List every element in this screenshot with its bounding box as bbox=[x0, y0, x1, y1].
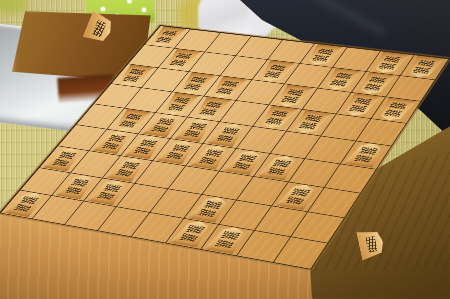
piece-kanji-ink bbox=[312, 55, 330, 62]
piece-kanji-ink bbox=[369, 77, 387, 84]
piece-kanji-ink bbox=[156, 36, 173, 43]
piece-kanji-ink bbox=[413, 67, 432, 74]
piece-kanji-ink bbox=[271, 110, 289, 117]
piece-kanji-ink bbox=[185, 225, 205, 234]
piece-kanji-ink bbox=[291, 188, 311, 197]
shogi-piece[interactable] bbox=[370, 52, 411, 75]
piece-kanji-ink bbox=[299, 122, 318, 130]
piece-kanji-ink bbox=[171, 144, 190, 152]
shogi-piece[interactable] bbox=[174, 118, 216, 142]
piece-kanji-ink bbox=[183, 130, 201, 137]
shogi-piece[interactable] bbox=[340, 93, 382, 117]
piece-kanji-ink bbox=[205, 101, 223, 108]
piece-kanji-ink bbox=[281, 96, 299, 104]
piece-kanji-ink bbox=[200, 108, 218, 116]
shogi-piece[interactable] bbox=[106, 156, 149, 182]
piece-kanji-ink bbox=[384, 109, 403, 117]
piece-kanji-ink bbox=[220, 231, 240, 241]
piece-kanji-ink bbox=[174, 97, 192, 104]
shogi-piece[interactable] bbox=[375, 97, 417, 122]
shogi-piece[interactable] bbox=[404, 56, 445, 79]
piece-kanji-ink bbox=[216, 135, 234, 143]
shogi-piece[interactable] bbox=[321, 68, 362, 91]
piece-kanji-ink bbox=[162, 30, 179, 36]
piece-kanji-ink bbox=[317, 48, 335, 55]
shogi-piece[interactable] bbox=[206, 122, 248, 147]
shogi-piece[interactable] bbox=[176, 72, 217, 95]
piece-kanji-ink bbox=[64, 186, 82, 194]
piece-kanji-ink bbox=[123, 75, 140, 82]
shogi-piece[interactable] bbox=[257, 154, 301, 180]
piece-kanji-ink bbox=[52, 159, 70, 167]
piece-kanji-ink bbox=[418, 60, 436, 67]
piece-kanji-ink bbox=[305, 115, 323, 122]
piece-kanji-ink bbox=[97, 192, 116, 200]
piece-kanji-ink bbox=[335, 72, 353, 79]
piece-kanji-ink bbox=[198, 157, 217, 165]
shogi-piece[interactable] bbox=[204, 225, 250, 254]
shogi-piece[interactable] bbox=[110, 109, 152, 133]
background-blur-object bbox=[0, 0, 28, 14]
piece-kanji-ink bbox=[216, 87, 234, 94]
piece-kanji-ink bbox=[383, 56, 401, 63]
piece-kanji-ink bbox=[151, 125, 169, 132]
piece-kanji-ink bbox=[222, 81, 240, 88]
shogi-piece[interactable] bbox=[303, 44, 343, 66]
shogi-piece[interactable] bbox=[207, 76, 248, 99]
shogi-piece[interactable] bbox=[159, 92, 200, 115]
piece-kanji-ink bbox=[139, 139, 157, 147]
piece-kanji-ink bbox=[190, 77, 207, 84]
piece-kanji-ink bbox=[121, 161, 140, 169]
shogi-piece[interactable] bbox=[290, 110, 332, 135]
piece-kanji-ink bbox=[330, 79, 348, 87]
piece-kanji-ink bbox=[70, 178, 89, 187]
piece-kanji-ink bbox=[165, 152, 183, 160]
shogi-piece[interactable] bbox=[156, 139, 199, 164]
shogi-piece[interactable] bbox=[169, 219, 214, 247]
piece-kanji-ink bbox=[214, 239, 234, 248]
piece-kanji-ink bbox=[170, 59, 187, 66]
piece-kanji-ink bbox=[349, 105, 368, 113]
piece-kanji-ink bbox=[119, 120, 137, 128]
piece-kanji-ink bbox=[156, 118, 174, 126]
piece-kanji-ink bbox=[133, 147, 151, 155]
piece-kanji-ink bbox=[267, 167, 286, 175]
shogi-piece[interactable] bbox=[255, 60, 296, 83]
shogi-piece[interactable] bbox=[272, 84, 313, 108]
piece-kanji-ink bbox=[389, 102, 408, 109]
shogi-piece[interactable] bbox=[55, 174, 98, 200]
piece-kanji-ink bbox=[264, 71, 282, 78]
piece-kanji-ink bbox=[232, 162, 251, 170]
piece-kanji-ink bbox=[287, 89, 305, 96]
piece-kanji-ink bbox=[168, 104, 186, 112]
piece-kanji-ink bbox=[197, 209, 216, 218]
shogi-piece[interactable] bbox=[161, 49, 201, 71]
piece-kanji-ink bbox=[353, 155, 372, 163]
shogi-piece[interactable] bbox=[43, 147, 85, 172]
piece-kanji-ink bbox=[92, 20, 106, 37]
piece-kanji-ink bbox=[354, 98, 372, 105]
shogi-piece[interactable] bbox=[223, 149, 266, 175]
piece-kanji-ink bbox=[176, 53, 193, 59]
shogi-piece[interactable] bbox=[188, 195, 233, 223]
piece-kanji-ink bbox=[238, 154, 257, 162]
piece-kanji-ink bbox=[13, 204, 31, 212]
shogi-piece[interactable] bbox=[189, 144, 232, 169]
shogi-piece[interactable] bbox=[92, 130, 134, 154]
piece-kanji-ink bbox=[378, 63, 396, 70]
shogi-piece[interactable] bbox=[148, 26, 187, 47]
shogi-piece[interactable] bbox=[191, 97, 232, 121]
shogi-piece[interactable] bbox=[355, 72, 396, 95]
piece-kanji-ink bbox=[20, 196, 39, 205]
piece-kanji-ink bbox=[204, 149, 223, 157]
piece-kanji-ink bbox=[101, 142, 119, 150]
shogi-piece[interactable] bbox=[87, 179, 131, 205]
piece-kanji-ink bbox=[58, 151, 76, 159]
piece-kanji-ink bbox=[103, 184, 122, 193]
piece-kanji-ink bbox=[179, 233, 198, 242]
piece-kanji-ink bbox=[265, 117, 284, 125]
shogi-piece[interactable] bbox=[275, 183, 320, 210]
piece-kanji-ink bbox=[115, 169, 133, 177]
piece-kanji-ink bbox=[221, 127, 240, 135]
piece-kanji-ink bbox=[107, 134, 125, 142]
piece-kanji-ink bbox=[203, 200, 223, 209]
piece-kanji-ink bbox=[125, 113, 143, 120]
piece-kanji-ink bbox=[188, 122, 206, 130]
piece-kanji-ink bbox=[366, 236, 378, 253]
piece-kanji-ink bbox=[285, 196, 304, 205]
piece-kanji-ink bbox=[270, 64, 288, 71]
shogi-piece[interactable] bbox=[124, 135, 166, 160]
shogi-photo-scene bbox=[0, 0, 450, 299]
shogi-piece[interactable] bbox=[4, 191, 48, 217]
piece-kanji-ink bbox=[358, 147, 377, 156]
piece-kanji-ink bbox=[272, 159, 291, 168]
shogi-piece[interactable] bbox=[142, 113, 184, 137]
piece-kanji-ink bbox=[364, 83, 383, 91]
shogi-piece[interactable] bbox=[256, 105, 298, 129]
shogi-piece[interactable] bbox=[344, 142, 387, 168]
piece-kanji-ink bbox=[129, 69, 146, 76]
piece-kanji-ink bbox=[184, 83, 202, 90]
